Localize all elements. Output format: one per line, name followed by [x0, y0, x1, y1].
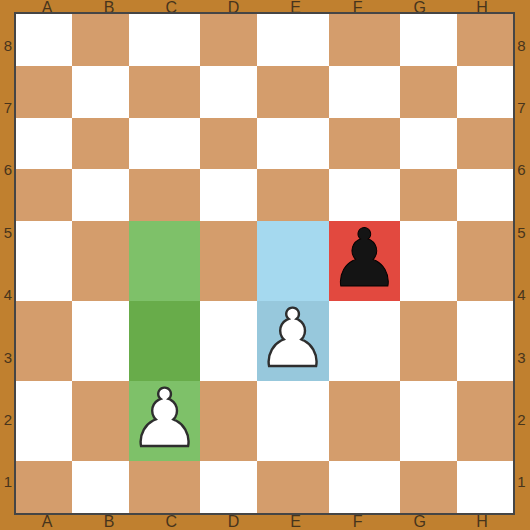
chess-board: ♟♟♟ [16, 14, 513, 513]
square-d4[interactable] [200, 221, 256, 301]
file-label-h: H [451, 513, 513, 530]
rank-label-3: 3 [513, 326, 530, 388]
rank-label-4: 4 [0, 264, 16, 326]
rank-labels-right: 87654321 [513, 14, 530, 513]
square-e5[interactable] [257, 169, 329, 221]
square-c4[interactable] [129, 221, 201, 301]
square-d8[interactable] [200, 14, 256, 66]
square-b1[interactable] [72, 461, 128, 513]
square-h1[interactable] [457, 461, 513, 513]
square-a4[interactable] [16, 221, 72, 301]
file-label-a: A [16, 513, 78, 530]
square-g5[interactable] [400, 169, 456, 221]
square-h8[interactable] [457, 14, 513, 66]
square-c8[interactable] [129, 14, 201, 66]
square-h6[interactable] [457, 118, 513, 170]
file-label-f: F [327, 513, 389, 530]
file-label-a: A [16, 0, 78, 15]
square-g1[interactable] [400, 461, 456, 513]
square-a5[interactable] [16, 169, 72, 221]
square-h2[interactable] [457, 381, 513, 461]
square-e3[interactable]: ♟ [257, 301, 329, 381]
square-g4[interactable] [400, 221, 456, 301]
square-f7[interactable] [329, 66, 401, 118]
rank-label-4: 4 [513, 264, 530, 326]
square-f4[interactable]: ♟ [329, 221, 401, 301]
rank-label-3: 3 [0, 326, 16, 388]
file-label-c: C [140, 0, 202, 15]
square-f6[interactable] [329, 118, 401, 170]
square-d1[interactable] [200, 461, 256, 513]
square-c7[interactable] [129, 66, 201, 118]
square-b6[interactable] [72, 118, 128, 170]
square-g2[interactable] [400, 381, 456, 461]
square-c1[interactable] [129, 461, 201, 513]
rank-label-6: 6 [0, 139, 16, 201]
file-label-d: D [202, 0, 264, 15]
square-e7[interactable] [257, 66, 329, 118]
black-pawn[interactable]: ♟ [329, 219, 401, 299]
square-b4[interactable] [72, 221, 128, 301]
square-g8[interactable] [400, 14, 456, 66]
square-a2[interactable] [16, 381, 72, 461]
rank-label-8: 8 [513, 14, 530, 76]
square-h7[interactable] [457, 66, 513, 118]
square-f3[interactable] [329, 301, 401, 381]
square-a1[interactable] [16, 461, 72, 513]
square-a7[interactable] [16, 66, 72, 118]
square-g3[interactable] [400, 301, 456, 381]
square-d5[interactable] [200, 169, 256, 221]
square-f1[interactable] [329, 461, 401, 513]
white-pawn[interactable]: ♟ [129, 379, 201, 459]
rank-label-7: 7 [0, 76, 16, 138]
square-c3[interactable] [129, 301, 201, 381]
square-a6[interactable] [16, 118, 72, 170]
rank-label-7: 7 [513, 76, 530, 138]
file-labels-top: ABCDEFGH [16, 0, 513, 14]
square-e2[interactable] [257, 381, 329, 461]
file-label-e: E [265, 0, 327, 15]
file-label-c: C [140, 513, 202, 530]
square-g7[interactable] [400, 66, 456, 118]
rank-label-1: 1 [0, 451, 16, 513]
square-e1[interactable] [257, 461, 329, 513]
square-b5[interactable] [72, 169, 128, 221]
square-e8[interactable] [257, 14, 329, 66]
square-f2[interactable] [329, 381, 401, 461]
square-f8[interactable] [329, 14, 401, 66]
rank-labels-left: 87654321 [0, 14, 16, 513]
square-c2[interactable]: ♟ [129, 381, 201, 461]
square-b7[interactable] [72, 66, 128, 118]
rank-label-8: 8 [0, 14, 16, 76]
square-b3[interactable] [72, 301, 128, 381]
rank-label-6: 6 [513, 139, 530, 201]
square-g6[interactable] [400, 118, 456, 170]
file-label-b: B [78, 513, 140, 530]
square-d3[interactable] [200, 301, 256, 381]
file-label-e: E [265, 513, 327, 530]
file-label-g: G [389, 0, 451, 15]
file-label-d: D [202, 513, 264, 530]
square-h4[interactable] [457, 221, 513, 301]
square-d7[interactable] [200, 66, 256, 118]
square-h3[interactable] [457, 301, 513, 381]
square-c6[interactable] [129, 118, 201, 170]
square-b8[interactable] [72, 14, 128, 66]
square-a8[interactable] [16, 14, 72, 66]
square-h5[interactable] [457, 169, 513, 221]
file-label-h: H [451, 0, 513, 15]
file-labels-bottom: ABCDEFGH [16, 513, 513, 530]
square-a3[interactable] [16, 301, 72, 381]
rank-label-2: 2 [513, 388, 530, 450]
square-d6[interactable] [200, 118, 256, 170]
rank-label-2: 2 [0, 388, 16, 450]
square-b2[interactable] [72, 381, 128, 461]
white-pawn[interactable]: ♟ [257, 299, 329, 379]
rank-label-1: 1 [513, 451, 530, 513]
chessboard-frame: ABCDEFGH ABCDEFGH 87654321 87654321 ♟♟♟ [0, 0, 530, 530]
file-label-b: B [78, 0, 140, 15]
rank-label-5: 5 [0, 201, 16, 263]
square-c5[interactable] [129, 169, 201, 221]
rank-label-5: 5 [513, 201, 530, 263]
square-e4[interactable] [257, 221, 329, 301]
square-e6[interactable] [257, 118, 329, 170]
file-label-f: F [327, 0, 389, 15]
file-label-g: G [389, 513, 451, 530]
square-d2[interactable] [200, 381, 256, 461]
